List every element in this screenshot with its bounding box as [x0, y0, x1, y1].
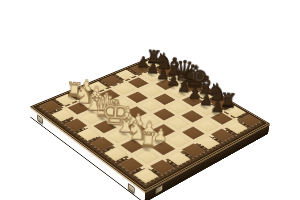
scene: ♜♞♝♛♚♝♞♜♟♟♟♟♟♟♟♟♟♟♟♟♟♟♟♟♜♞♝♛♚♝♞♜ [0, 0, 300, 200]
metal-clasp [128, 183, 135, 194]
board-top: ♜♞♝♛♚♝♞♜♟♟♟♟♟♟♟♟♟♟♟♟♟♟♟♟♜♞♝♛♚♝♞♜ [30, 56, 270, 192]
metal-clasp [155, 184, 163, 194]
board-box: ♜♞♝♛♚♝♞♜♟♟♟♟♟♟♟♟♟♟♟♟♟♟♟♟♜♞♝♛♚♝♞♜ [30, 56, 270, 192]
photo-canvas: ♜♞♝♛♚♝♞♜♟♟♟♟♟♟♟♟♟♟♟♟♟♟♟♟♜♞♝♛♚♝♞♜ [0, 0, 300, 200]
